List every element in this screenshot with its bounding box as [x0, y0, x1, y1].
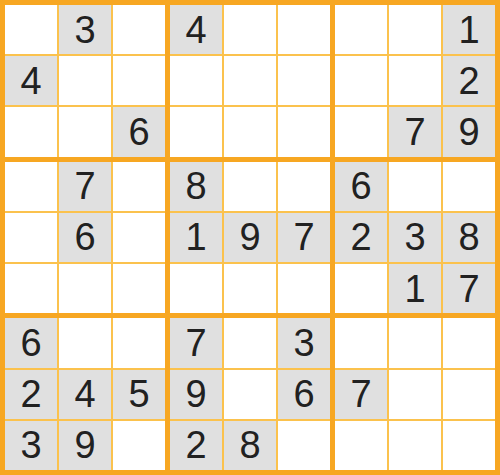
cell-r2c3[interactable] [113, 56, 165, 105]
cell-digit: 3 [404, 218, 425, 256]
cell-r2c6[interactable] [278, 56, 330, 105]
cell-digit: 7 [458, 270, 479, 308]
cell-r3c3[interactable]: 6 [113, 107, 165, 156]
cell-r6c2[interactable] [59, 264, 111, 313]
box-r2c2: 8197 [170, 162, 330, 314]
cell-r1c8[interactable] [389, 5, 441, 54]
cell-r8c3[interactable]: 5 [113, 370, 165, 419]
box-r3c1: 624539 [5, 318, 165, 470]
cell-r4c5[interactable] [224, 162, 276, 211]
cell-r7c4[interactable]: 7 [170, 318, 222, 367]
cell-r8c4[interactable]: 9 [170, 370, 222, 419]
cell-r1c5[interactable] [224, 5, 276, 54]
cell-digit: 1 [404, 270, 425, 308]
cell-r7c2[interactable] [59, 318, 111, 367]
cell-r9c6[interactable] [278, 421, 330, 470]
cell-r8c2[interactable]: 4 [59, 370, 111, 419]
cell-digit: 1 [458, 11, 479, 49]
cell-r5c3[interactable] [113, 213, 165, 262]
cell-r5c5[interactable]: 9 [224, 213, 276, 262]
cell-r2c5[interactable] [224, 56, 276, 105]
sudoku-board: 346412797681976238176245397396287 [0, 0, 500, 475]
cell-r7c5[interactable] [224, 318, 276, 367]
cell-r7c9[interactable] [443, 318, 495, 367]
cell-digit: 9 [74, 426, 95, 464]
cell-r3c8[interactable]: 7 [389, 107, 441, 156]
cell-r1c2[interactable]: 3 [59, 5, 111, 54]
cell-r4c6[interactable] [278, 162, 330, 211]
cell-r4c3[interactable] [113, 162, 165, 211]
box-r2c1: 76 [5, 162, 165, 314]
cell-digit: 1 [185, 218, 206, 256]
cell-r9c5[interactable]: 8 [224, 421, 276, 470]
box-r1c1: 346 [5, 5, 165, 157]
cell-r4c1[interactable] [5, 162, 57, 211]
cell-r2c2[interactable] [59, 56, 111, 105]
cell-r4c7[interactable]: 6 [335, 162, 387, 211]
cell-r8c7[interactable]: 7 [335, 370, 387, 419]
cell-r6c8[interactable]: 1 [389, 264, 441, 313]
cell-digit: 9 [185, 375, 206, 413]
cell-r2c7[interactable] [335, 56, 387, 105]
cell-r5c9[interactable]: 8 [443, 213, 495, 262]
cell-r5c1[interactable] [5, 213, 57, 262]
cell-digit: 2 [20, 375, 41, 413]
cell-digit: 2 [458, 62, 479, 100]
cell-r9c3[interactable] [113, 421, 165, 470]
cell-digit: 6 [293, 375, 314, 413]
cell-r9c2[interactable]: 9 [59, 421, 111, 470]
cell-digit: 7 [350, 375, 371, 413]
box-r2c3: 623817 [335, 162, 495, 314]
cell-r1c1[interactable] [5, 5, 57, 54]
cell-digit: 7 [74, 167, 95, 205]
cell-r9c7[interactable] [335, 421, 387, 470]
cell-r2c8[interactable] [389, 56, 441, 105]
cell-digit: 9 [239, 218, 260, 256]
box-r1c2: 4 [170, 5, 330, 157]
cell-r7c3[interactable] [113, 318, 165, 367]
cell-r3c4[interactable] [170, 107, 222, 156]
cell-digit: 8 [239, 426, 260, 464]
cell-digit: 5 [128, 375, 149, 413]
cell-digit: 2 [350, 218, 371, 256]
cell-digit: 8 [185, 167, 206, 205]
cell-r9c8[interactable] [389, 421, 441, 470]
cell-r6c4[interactable] [170, 264, 222, 313]
cell-r7c7[interactable] [335, 318, 387, 367]
cell-r3c6[interactable] [278, 107, 330, 156]
cell-digit: 7 [185, 324, 206, 362]
cell-r8c8[interactable] [389, 370, 441, 419]
cell-digit: 7 [293, 218, 314, 256]
box-r3c3: 7 [335, 318, 495, 470]
cell-r4c8[interactable] [389, 162, 441, 211]
cell-digit: 9 [458, 113, 479, 151]
cell-digit: 4 [74, 375, 95, 413]
cell-digit: 3 [20, 426, 41, 464]
cell-r2c9[interactable]: 2 [443, 56, 495, 105]
cell-digit: 7 [404, 113, 425, 151]
cell-r8c5[interactable] [224, 370, 276, 419]
cell-r2c4[interactable] [170, 56, 222, 105]
cell-digit: 6 [74, 218, 95, 256]
cell-r8c9[interactable] [443, 370, 495, 419]
cell-r3c5[interactable] [224, 107, 276, 156]
cell-r9c1[interactable]: 3 [5, 421, 57, 470]
cell-r6c1[interactable] [5, 264, 57, 313]
box-r3c2: 739628 [170, 318, 330, 470]
cell-r7c1[interactable]: 6 [5, 318, 57, 367]
cell-r7c6[interactable]: 3 [278, 318, 330, 367]
cell-r3c2[interactable] [59, 107, 111, 156]
cell-r5c7[interactable]: 2 [335, 213, 387, 262]
cell-r1c6[interactable] [278, 5, 330, 54]
cell-r1c7[interactable] [335, 5, 387, 54]
cell-r4c2[interactable]: 7 [59, 162, 111, 211]
cell-r6c7[interactable] [335, 264, 387, 313]
cell-r5c8[interactable]: 3 [389, 213, 441, 262]
cell-r6c6[interactable] [278, 264, 330, 313]
cell-digit: 4 [20, 62, 41, 100]
cell-r4c4[interactable]: 8 [170, 162, 222, 211]
cell-digit: 2 [185, 426, 206, 464]
cell-r8c1[interactable]: 2 [5, 370, 57, 419]
cell-r8c6[interactable]: 6 [278, 370, 330, 419]
cell-digit: 6 [350, 167, 371, 205]
cell-r4c9[interactable] [443, 162, 495, 211]
cell-r1c4[interactable]: 4 [170, 5, 222, 54]
cell-digit: 6 [128, 113, 149, 151]
cell-r6c5[interactable] [224, 264, 276, 313]
cell-r2c1[interactable]: 4 [5, 56, 57, 105]
cell-r3c7[interactable] [335, 107, 387, 156]
cell-r1c3[interactable] [113, 5, 165, 54]
cell-digit: 6 [20, 324, 41, 362]
cell-r5c6[interactable]: 7 [278, 213, 330, 262]
cell-digit: 8 [458, 218, 479, 256]
cell-r5c2[interactable]: 6 [59, 213, 111, 262]
box-r1c3: 1279 [335, 5, 495, 157]
cell-r6c3[interactable] [113, 264, 165, 313]
cell-r9c4[interactable]: 2 [170, 421, 222, 470]
cell-r3c9[interactable]: 9 [443, 107, 495, 156]
cell-r1c9[interactable]: 1 [443, 5, 495, 54]
cell-digit: 3 [74, 11, 95, 49]
cell-r9c9[interactable] [443, 421, 495, 470]
cell-r7c8[interactable] [389, 318, 441, 367]
cell-digit: 3 [293, 324, 314, 362]
cell-r3c1[interactable] [5, 107, 57, 156]
cell-digit: 4 [185, 11, 206, 49]
cell-r6c9[interactable]: 7 [443, 264, 495, 313]
cell-r5c4[interactable]: 1 [170, 213, 222, 262]
